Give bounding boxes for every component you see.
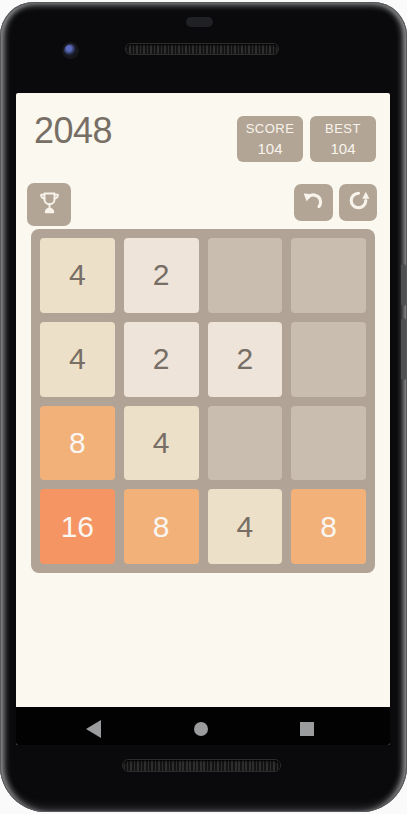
undo-button[interactable] bbox=[294, 184, 333, 221]
leaderboard-button[interactable] bbox=[27, 183, 71, 226]
board-grid[interactable]: 424228416848 bbox=[31, 229, 375, 573]
empty-cell bbox=[208, 238, 283, 313]
home-icon[interactable] bbox=[194, 722, 208, 736]
front-camera bbox=[64, 44, 77, 57]
android-nav-bar bbox=[16, 707, 390, 745]
screenshot-stage: 2048 SCORE 104 BEST 104 bbox=[0, 0, 407, 814]
best-badge: BEST 104 bbox=[310, 116, 376, 162]
restart-button[interactable] bbox=[339, 184, 377, 221]
tile-2: 2 bbox=[208, 322, 283, 397]
tile-4: 4 bbox=[208, 489, 283, 564]
empty-cell bbox=[208, 406, 283, 481]
empty-cell bbox=[291, 322, 366, 397]
volume-button bbox=[401, 318, 406, 380]
tile-4: 4 bbox=[124, 406, 199, 481]
tile-4: 4 bbox=[40, 322, 115, 397]
game-area: 2048 SCORE 104 BEST 104 bbox=[16, 93, 390, 707]
phone-frame: 2048 SCORE 104 BEST 104 bbox=[0, 2, 407, 812]
phone-screen: 2048 SCORE 104 BEST 104 bbox=[16, 93, 390, 745]
best-label: BEST bbox=[325, 121, 361, 136]
best-value: 104 bbox=[330, 140, 355, 157]
score-value: 104 bbox=[257, 140, 282, 157]
game-title: 2048 bbox=[34, 111, 112, 151]
recents-icon[interactable] bbox=[300, 722, 314, 736]
trophy-icon bbox=[36, 189, 63, 220]
tile-2: 2 bbox=[124, 322, 199, 397]
power-button bbox=[401, 264, 406, 306]
back-icon[interactable] bbox=[86, 720, 101, 738]
tile-4: 4 bbox=[40, 238, 115, 313]
empty-cell bbox=[291, 406, 366, 481]
tile-8: 8 bbox=[291, 489, 366, 564]
tile-16: 16 bbox=[40, 489, 115, 564]
tile-8: 8 bbox=[40, 406, 115, 481]
restart-icon bbox=[346, 188, 371, 217]
score-badge: SCORE 104 bbox=[237, 116, 303, 162]
top-mic-notch bbox=[186, 17, 213, 27]
tile-2: 2 bbox=[124, 238, 199, 313]
tile-8: 8 bbox=[124, 489, 199, 564]
empty-cell bbox=[291, 238, 366, 313]
score-label: SCORE bbox=[246, 121, 295, 136]
undo-icon bbox=[301, 188, 326, 217]
earpiece-speaker-grille bbox=[126, 44, 278, 54]
bottom-speaker-grille bbox=[123, 760, 280, 771]
